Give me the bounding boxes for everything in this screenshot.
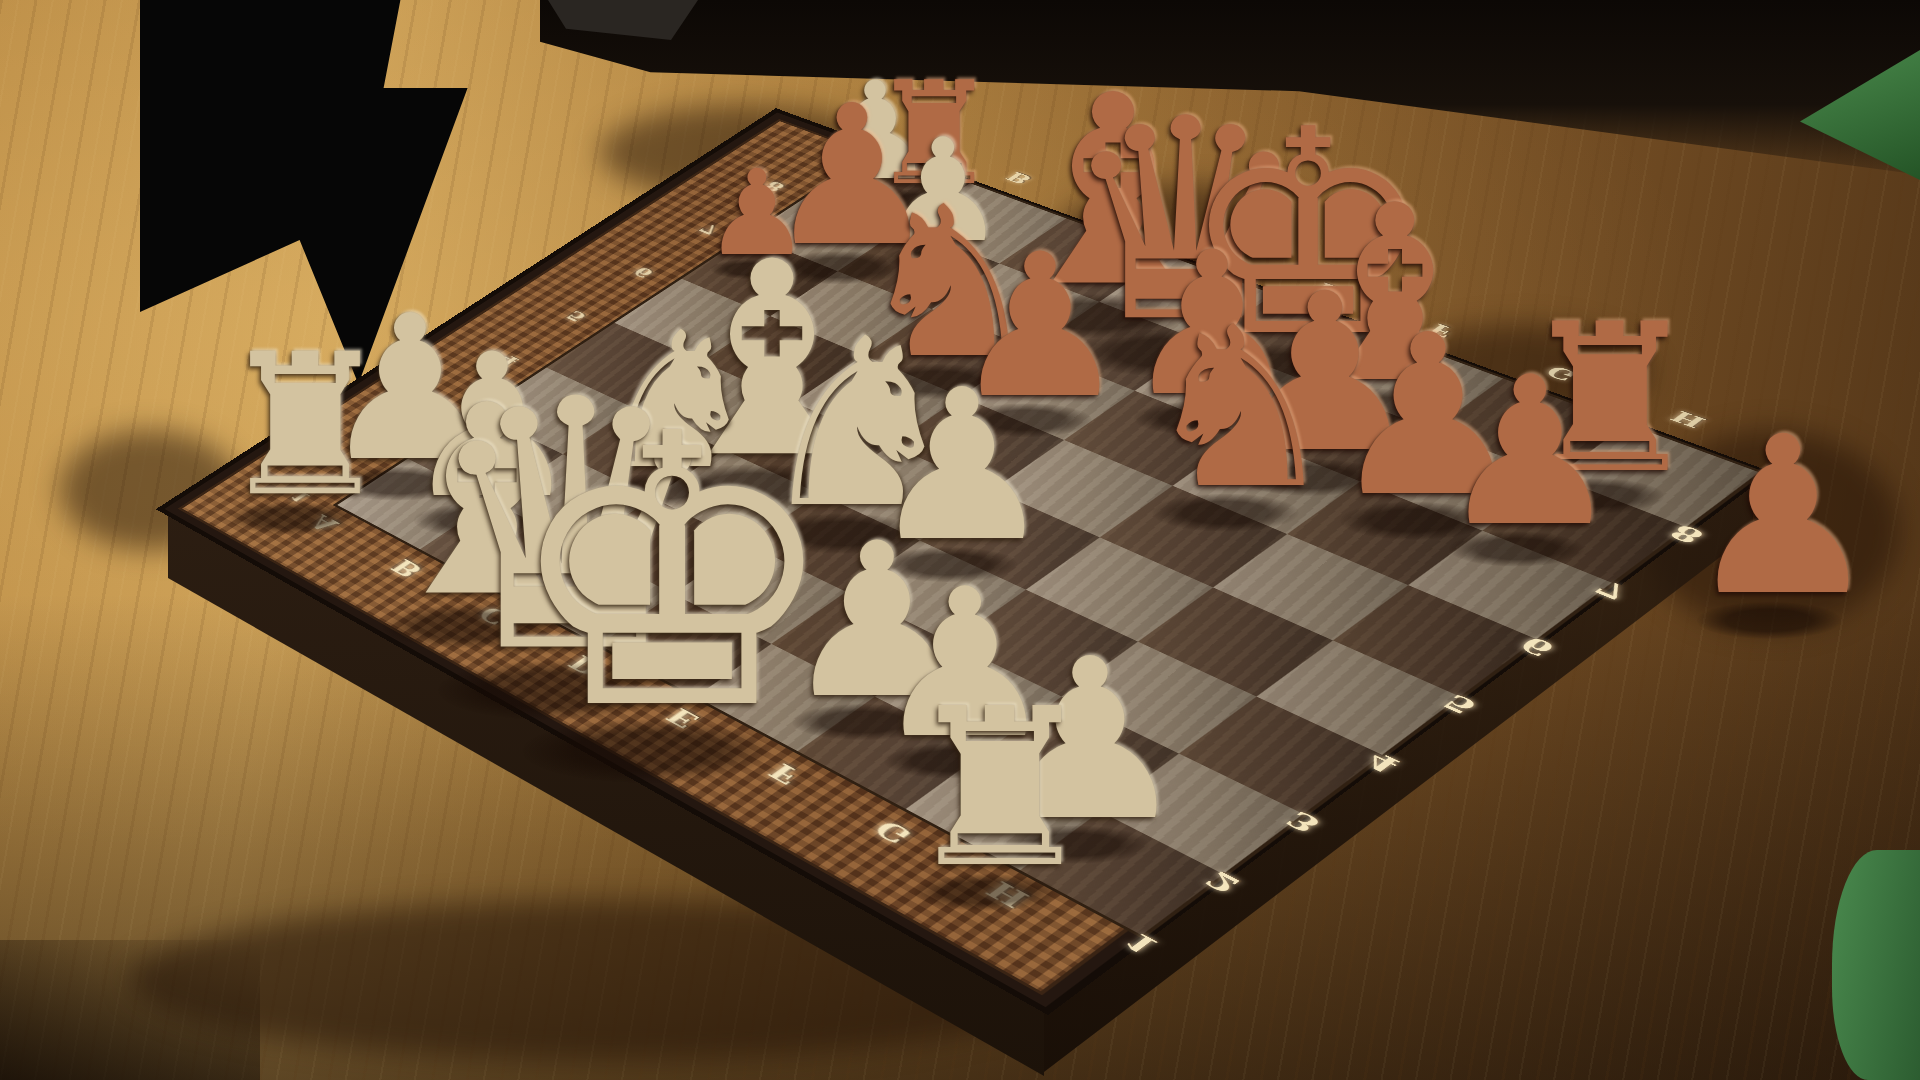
black-knight-f6[interactable]: ♞ [1140,297,1339,519]
black-pawn-h7[interactable]: ♟ [1438,350,1622,555]
white-rook-a1[interactable]: ♜ [218,328,393,523]
captured-black-pawn: ♟ [1685,408,1880,626]
chess-3d-scene: { "game": "chess", "scene_title": "3D wo… [0,0,1920,1080]
white-rook-h1[interactable]: ♜ [902,680,1097,898]
white-king-e1[interactable]: ♚ [504,386,840,761]
chair-bottom-right [1832,850,1920,1080]
